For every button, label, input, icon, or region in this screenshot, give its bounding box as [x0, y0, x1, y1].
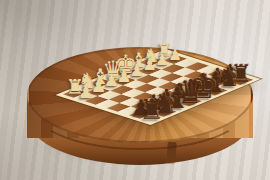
table-surface: ♜♞♝♛♚♝♞♜♟♟♟♟♟♟♟♟♟♟♟♟♟♟♟♟♜♞♝♛♚♝♞♜	[0, 0, 270, 180]
drawer-notch	[166, 142, 177, 165]
